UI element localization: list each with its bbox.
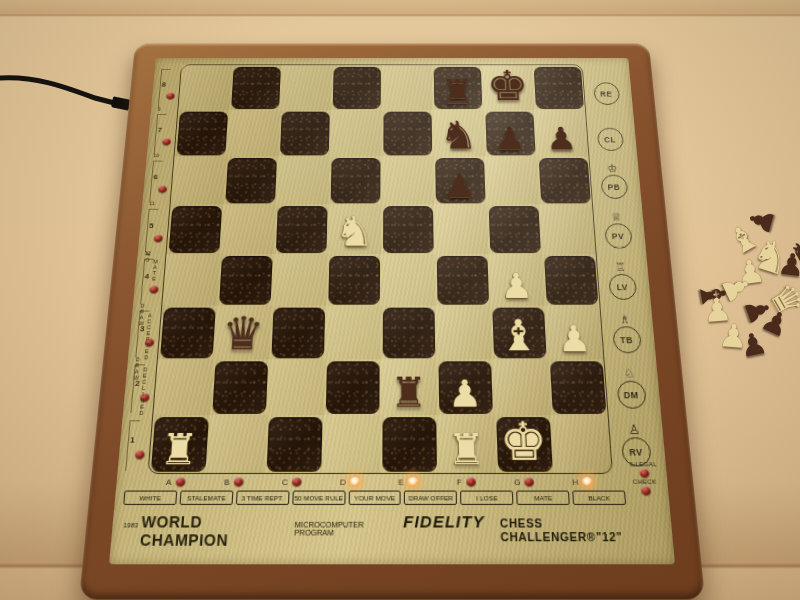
level-number-11: 11 (149, 201, 155, 206)
button-row-re: RE (591, 66, 620, 111)
rook-icon: ♖ (615, 262, 627, 274)
black-knight-f7[interactable]: ♞ (433, 116, 485, 155)
file-led-F (466, 477, 476, 486)
square-a5[interactable] (166, 204, 223, 254)
file-label-H: H (572, 477, 578, 487)
square-d6[interactable] (329, 156, 382, 204)
square-h2[interactable] (548, 359, 608, 415)
square-e5[interactable] (381, 204, 435, 254)
status-label-i-lose: I LOSE (460, 491, 513, 505)
rank-led-6 (158, 185, 167, 192)
rank-row-1: 1 (124, 414, 152, 472)
square-e1[interactable] (380, 415, 438, 473)
black-king-g8[interactable]: ♚ (482, 65, 534, 106)
rank-led-5 (154, 234, 164, 241)
button-pb[interactable]: PB (600, 175, 628, 199)
photo-scene: 897106115124321NOMATEDRAWACCEPTEDDRAWDEC… (0, 0, 800, 600)
square-f1[interactable]: ♜ (437, 415, 496, 473)
knight-icon: ♘ (623, 367, 635, 380)
rank-row-6: 106 (148, 155, 173, 203)
level-number-9: 9 (157, 107, 160, 112)
file-led-H (582, 477, 592, 486)
square-f6[interactable]: ♟ (433, 156, 486, 204)
rank-label-5: 5 (149, 222, 154, 230)
square-c4[interactable] (272, 254, 328, 306)
square-c8[interactable] (280, 65, 332, 110)
button-pv[interactable]: PV (604, 223, 633, 248)
square-c3[interactable] (269, 306, 326, 360)
brand-tagline: WORLD CHAMPION (139, 513, 291, 549)
square-e7[interactable] (381, 110, 433, 156)
button-dm[interactable]: DM (616, 381, 647, 409)
file-label-C: C (282, 477, 288, 487)
square-g1[interactable]: ♚ (494, 415, 554, 473)
status-label-your-move: YOUR MOVE (348, 491, 401, 505)
square-h1[interactable] (551, 415, 612, 473)
square-a2[interactable] (153, 359, 213, 415)
square-e6[interactable] (381, 156, 434, 204)
rank-row-7: 97 (153, 109, 178, 155)
side-label-draw: DRAW (132, 356, 140, 380)
file-led-B (234, 477, 244, 486)
branding: 1983 WORLD CHAMPION MICROCOMPUTER PROGRA… (121, 512, 669, 550)
square-c6[interactable] (276, 156, 330, 204)
square-d5[interactable]: ♞ (327, 204, 381, 254)
square-f4[interactable] (435, 254, 490, 306)
file-cell-E: E (379, 474, 437, 489)
file-led-A (175, 477, 185, 486)
square-b2[interactable] (210, 359, 269, 415)
status-label-mate: MATE (516, 491, 570, 505)
label-check: CHECK (633, 478, 657, 485)
bishop-icon: ♗ (619, 314, 631, 327)
black-rook-f8[interactable]: ♜ (432, 75, 483, 108)
file-cell-B: B (204, 474, 263, 489)
white-rook-a1[interactable]: ♜ (149, 428, 210, 471)
status-label-white: WHITE (123, 491, 177, 505)
rank-label-6: 6 (153, 173, 158, 181)
rank-row-8: 8 (157, 64, 181, 109)
square-b6[interactable] (223, 156, 278, 204)
button-row-pb: ♔PB (599, 157, 629, 205)
file-label-A: A (166, 477, 172, 487)
side-label-mate: MATE (150, 259, 157, 282)
square-c5[interactable] (274, 204, 329, 254)
file-cell-G: G (495, 474, 554, 489)
black-pawn-f6[interactable]: ♟ (433, 170, 486, 202)
file-led-G (525, 477, 535, 486)
square-b1[interactable] (206, 415, 266, 473)
side-label-no: NO (144, 251, 150, 262)
file-rail: ABCDEFGH (146, 474, 612, 489)
file-cell-D: D (321, 474, 379, 489)
rank-label-8: 8 (161, 81, 166, 88)
square-c1[interactable] (264, 415, 323, 473)
rank-led-8 (166, 92, 175, 99)
square-g3[interactable]: ♝ (490, 306, 548, 360)
square-d7[interactable] (330, 110, 382, 156)
rank-led-7 (162, 138, 171, 145)
file-cell-H: H (553, 474, 612, 489)
file-cell-F: F (437, 474, 495, 489)
square-g5[interactable] (487, 204, 542, 254)
rank-label-1: 1 (130, 435, 136, 445)
white-pawn-f2[interactable]: ♟ (437, 376, 494, 413)
file-label-D: D (340, 477, 346, 487)
file-cell-C: C (263, 474, 322, 489)
pawn-icon: ♙ (628, 423, 641, 437)
square-a3[interactable] (158, 306, 217, 360)
square-b8[interactable] (229, 65, 282, 110)
square-c2[interactable] (267, 359, 325, 415)
illegal-led (639, 469, 649, 478)
square-e4[interactable] (381, 254, 436, 306)
no-icon (604, 72, 605, 83)
button-row-lv: ♖LV (606, 255, 637, 307)
no-icon (608, 117, 609, 128)
brand-tagline-sub: MICROCOMPUTER PROGRAM (294, 521, 403, 537)
status-label-3-time-rept-: 3 TIME REPT. (236, 491, 289, 505)
square-h8[interactable] (532, 65, 585, 110)
check-led (640, 486, 650, 495)
square-d3[interactable] (325, 306, 381, 360)
rank-led-1 (135, 450, 145, 459)
square-e8[interactable] (382, 65, 433, 110)
rank-led-4 (149, 285, 159, 293)
check-illegal-leds: ILLEGALCHECK (621, 461, 669, 495)
file-label-E: E (398, 477, 403, 487)
file-label-B: B (224, 477, 230, 487)
square-a6[interactable] (171, 156, 227, 204)
button-lv[interactable]: LV (608, 274, 637, 300)
white-pawn-h3[interactable]: ♟ (546, 321, 604, 357)
button-re[interactable]: RE (593, 82, 620, 104)
rank-label-4: 4 (144, 272, 149, 281)
status-label-50-move-rule: 50 MOVE RULE (292, 491, 345, 505)
square-h4[interactable] (542, 254, 599, 306)
button-row-tb: ♗TB (610, 307, 642, 361)
square-g7[interactable]: ♟ (483, 110, 536, 156)
square-h7[interactable]: ♟ (534, 110, 588, 156)
gold-panel: 897106115124321NOMATEDRAWACCEPTEDDRAWDEC… (109, 58, 675, 564)
white-king-g1[interactable]: ♚ (494, 415, 554, 469)
square-f7[interactable]: ♞ (432, 110, 484, 156)
button-row-pv: ♕PV (602, 205, 633, 255)
square-d8[interactable] (331, 65, 382, 110)
white-pawn-g4[interactable]: ♟ (489, 269, 545, 304)
square-b3[interactable]: ♛ (214, 306, 272, 360)
file-label-F: F (457, 477, 462, 487)
square-f5[interactable] (434, 204, 488, 254)
square-b4[interactable] (217, 254, 274, 306)
square-f3[interactable] (436, 306, 493, 360)
rank-label-7: 7 (157, 126, 162, 134)
status-label-stalemate: STALEMATE (179, 491, 233, 505)
square-h6[interactable] (537, 156, 592, 204)
square-g8[interactable]: ♚ (482, 65, 534, 110)
square-g6[interactable] (485, 156, 539, 204)
black-queen-b3[interactable]: ♛ (214, 311, 272, 357)
black-pawn-h7[interactable]: ♟ (535, 124, 588, 155)
white-rook-f1[interactable]: ♜ (437, 428, 496, 471)
square-d2[interactable] (324, 359, 381, 415)
square-d1[interactable] (322, 415, 380, 473)
square-g2[interactable] (492, 359, 551, 415)
square-a7[interactable] (174, 110, 229, 156)
white-knight-d5[interactable]: ♞ (327, 211, 381, 253)
brand-logo: FIDELITY (403, 512, 485, 531)
square-g4[interactable]: ♟ (488, 254, 544, 306)
status-label-row: WHITESTALEMATE3 TIME REPT.50 MOVE RULEYO… (123, 491, 626, 505)
button-row-dm: ♘DM (614, 360, 647, 416)
status-label-black: BLACK (572, 491, 626, 505)
square-b7[interactable] (226, 110, 280, 156)
side-label-draw: DRAW (137, 303, 145, 327)
button-tb[interactable]: TB (612, 326, 642, 353)
black-rook-e2[interactable]: ♜ (380, 372, 437, 413)
king-icon: ♔ (607, 163, 618, 174)
square-e2[interactable]: ♜ (380, 359, 437, 415)
square-e3[interactable] (381, 306, 437, 360)
square-f8[interactable]: ♜ (432, 65, 484, 110)
file-label-G: G (514, 477, 521, 487)
square-a8[interactable] (178, 65, 232, 110)
square-a4[interactable] (162, 254, 220, 306)
label-illegal: ILLEGAL (629, 461, 657, 468)
rank-row-5: 115 (144, 203, 170, 253)
file-led-E (408, 477, 418, 486)
brand-year: 1983 (123, 522, 138, 529)
square-h5[interactable] (539, 204, 595, 254)
square-h3[interactable]: ♟ (545, 306, 604, 360)
file-cell-A: A (146, 474, 205, 489)
black-pawn-g7[interactable]: ♟ (484, 124, 537, 155)
chess-board: ♜♚♞♟♟♟♞♟♛♝♟♜♟♜♜♚ (147, 64, 613, 474)
square-d4[interactable] (326, 254, 381, 306)
level-number-10: 10 (153, 153, 159, 158)
queen-icon: ♕ (611, 212, 623, 224)
chess-computer: 897106115124321NOMATEDRAWACCEPTEDDRAWDEC… (79, 43, 705, 599)
file-led-C (292, 477, 302, 486)
status-label-draw-offer: DRAW OFFER (404, 491, 457, 505)
button-cl[interactable]: CL (596, 128, 624, 151)
square-f2[interactable]: ♟ (436, 359, 494, 415)
wood-frame: 897106115124321NOMATEDRAWACCEPTEDDRAWDEC… (79, 43, 705, 599)
file-led-D (350, 477, 360, 486)
model-name: CHESS CHALLENGER®"12" (500, 516, 667, 543)
white-bishop-g3[interactable]: ♝ (490, 314, 547, 357)
square-b5[interactable] (220, 204, 276, 254)
square-a1[interactable]: ♜ (149, 415, 211, 473)
square-c7[interactable] (278, 110, 331, 156)
bottom-rail: ABCDEFGH WHITESTALEMATE3 TIME REPT.50 MO… (116, 474, 673, 562)
button-row-cl: CL (595, 111, 624, 157)
